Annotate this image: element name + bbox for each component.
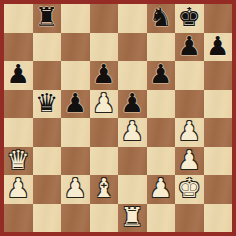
square-g3[interactable]: ♟ [175, 147, 204, 176]
piece-black-pawn: ♟ [7, 61, 30, 87]
square-b5[interactable]: ♛ [33, 90, 62, 119]
piece-black-pawn: ♟ [121, 90, 144, 116]
square-g1[interactable] [175, 204, 204, 233]
piece-white-queen: ♛ [7, 147, 30, 173]
square-g4[interactable]: ♟ [175, 118, 204, 147]
square-g8[interactable]: ♚ [175, 4, 204, 33]
square-b6[interactable] [33, 61, 62, 90]
square-h2[interactable] [204, 175, 233, 204]
square-c1[interactable] [61, 204, 90, 233]
square-a3[interactable]: ♛ [4, 147, 33, 176]
square-a2[interactable]: ♟ [4, 175, 33, 204]
square-f2[interactable]: ♟ [147, 175, 176, 204]
square-b4[interactable] [33, 118, 62, 147]
square-c3[interactable] [61, 147, 90, 176]
square-d6[interactable]: ♟ [90, 61, 119, 90]
square-h3[interactable] [204, 147, 233, 176]
square-c8[interactable] [61, 4, 90, 33]
square-d3[interactable] [90, 147, 119, 176]
square-c4[interactable] [61, 118, 90, 147]
piece-white-pawn: ♟ [121, 118, 144, 144]
square-c6[interactable] [61, 61, 90, 90]
square-a8[interactable] [4, 4, 33, 33]
square-h7[interactable]: ♟ [204, 33, 233, 62]
square-e6[interactable] [118, 61, 147, 90]
square-d1[interactable] [90, 204, 119, 233]
square-e4[interactable]: ♟ [118, 118, 147, 147]
piece-black-rook: ♜ [35, 4, 58, 30]
square-c2[interactable]: ♟ [61, 175, 90, 204]
square-h5[interactable] [204, 90, 233, 119]
square-f3[interactable] [147, 147, 176, 176]
square-a5[interactable] [4, 90, 33, 119]
square-b3[interactable] [33, 147, 62, 176]
piece-white-pawn: ♟ [64, 175, 87, 201]
square-f7[interactable] [147, 33, 176, 62]
piece-black-knight: ♞ [149, 4, 172, 30]
piece-white-pawn: ♟ [149, 175, 172, 201]
piece-black-king: ♚ [178, 4, 201, 30]
square-h4[interactable] [204, 118, 233, 147]
piece-black-pawn: ♟ [206, 33, 229, 59]
square-g7[interactable]: ♟ [175, 33, 204, 62]
square-b7[interactable] [33, 33, 62, 62]
square-f1[interactable] [147, 204, 176, 233]
square-a6[interactable]: ♟ [4, 61, 33, 90]
square-g6[interactable] [175, 61, 204, 90]
chess-board-frame: ♜♞♚♟♟♟♟♟♛♟♟♟♟♟♛♟♟♟♝♟♚♜ [0, 0, 236, 236]
square-h8[interactable] [204, 4, 233, 33]
square-c5[interactable]: ♟ [61, 90, 90, 119]
square-g5[interactable] [175, 90, 204, 119]
square-d8[interactable] [90, 4, 119, 33]
square-f5[interactable] [147, 90, 176, 119]
square-h1[interactable] [204, 204, 233, 233]
piece-white-pawn: ♟ [7, 175, 30, 201]
square-f6[interactable]: ♟ [147, 61, 176, 90]
square-d7[interactable] [90, 33, 119, 62]
piece-white-pawn: ♟ [92, 90, 115, 116]
piece-white-pawn: ♟ [178, 118, 201, 144]
square-e5[interactable]: ♟ [118, 90, 147, 119]
square-e8[interactable] [118, 4, 147, 33]
square-b2[interactable] [33, 175, 62, 204]
square-f4[interactable] [147, 118, 176, 147]
piece-white-king: ♚ [178, 175, 201, 201]
square-d5[interactable]: ♟ [90, 90, 119, 119]
piece-black-pawn: ♟ [92, 61, 115, 87]
piece-white-pawn: ♟ [178, 147, 201, 173]
square-a4[interactable] [4, 118, 33, 147]
square-a7[interactable] [4, 33, 33, 62]
square-b1[interactable] [33, 204, 62, 233]
square-e3[interactable] [118, 147, 147, 176]
piece-black-pawn: ♟ [149, 61, 172, 87]
piece-black-queen: ♛ [35, 90, 58, 116]
square-e7[interactable] [118, 33, 147, 62]
square-d2[interactable]: ♝ [90, 175, 119, 204]
square-f8[interactable]: ♞ [147, 4, 176, 33]
square-e1[interactable]: ♜ [118, 204, 147, 233]
piece-black-pawn: ♟ [178, 33, 201, 59]
square-h6[interactable] [204, 61, 233, 90]
square-d4[interactable] [90, 118, 119, 147]
square-a1[interactable] [4, 204, 33, 233]
square-e2[interactable] [118, 175, 147, 204]
chess-board: ♜♞♚♟♟♟♟♟♛♟♟♟♟♟♛♟♟♟♝♟♚♜ [4, 4, 232, 232]
piece-black-pawn: ♟ [64, 90, 87, 116]
square-b8[interactable]: ♜ [33, 4, 62, 33]
piece-white-rook: ♜ [121, 204, 144, 230]
square-g2[interactable]: ♚ [175, 175, 204, 204]
square-c7[interactable] [61, 33, 90, 62]
piece-white-bishop: ♝ [92, 175, 115, 201]
